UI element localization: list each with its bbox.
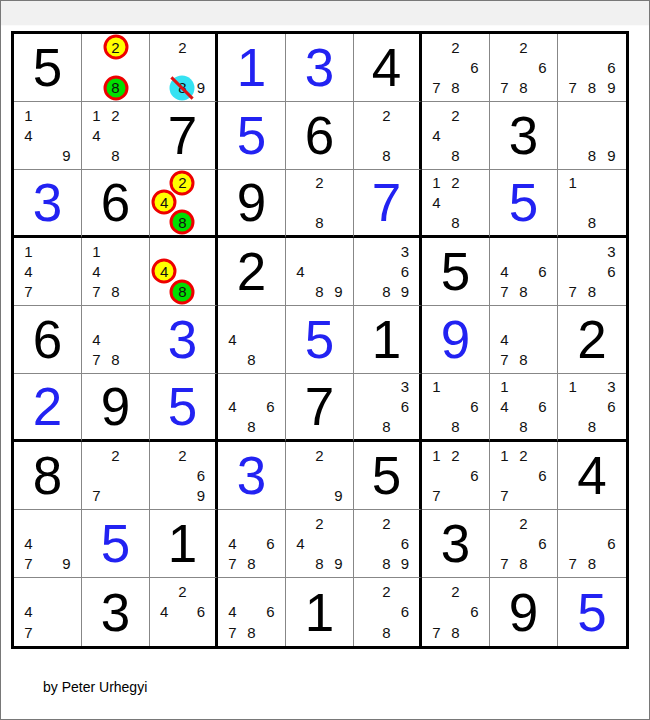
candidate-slot-9 xyxy=(533,78,552,98)
cell-r8c1[interactable]: 479 xyxy=(14,510,82,578)
candidate-slot-1 xyxy=(359,581,377,602)
cell-r9c9[interactable]: 5 xyxy=(558,578,626,646)
candidate-slot-2: 2 xyxy=(446,105,465,125)
candidate-slot-7 xyxy=(427,146,446,166)
pencil-marks: 2678 xyxy=(490,34,557,101)
candidate-slot-2 xyxy=(242,309,261,329)
candidate-slot-4: 4 xyxy=(155,602,173,623)
candidate-slot-8 xyxy=(38,282,57,302)
cell-r3c1[interactable]: 3 xyxy=(14,170,82,238)
cell-r5c5[interactable]: 5 xyxy=(286,306,354,374)
candidate-digit: 2 xyxy=(451,40,459,55)
candidate-slot-7: 7 xyxy=(19,282,38,302)
candidate-digit: 8 xyxy=(451,80,459,95)
candidate-slot-6 xyxy=(57,125,76,145)
candidate-slot-1 xyxy=(495,309,514,329)
cell-r1c3[interactable]: 289 xyxy=(150,34,218,102)
candidate-slot-8: 8 xyxy=(446,622,465,643)
cell-r1c5[interactable]: 3 xyxy=(286,34,354,102)
candidate-digit: 2 xyxy=(178,175,186,190)
cell-r9c6[interactable]: 268 xyxy=(354,578,422,646)
cell-r6c5[interactable]: 7 xyxy=(286,374,354,442)
candidate-slot-1 xyxy=(495,513,514,533)
candidate-slot-3 xyxy=(465,173,484,193)
cell-r3c9[interactable]: 18 xyxy=(558,170,626,238)
given-digit: 5 xyxy=(422,238,489,305)
candidate-slot-5 xyxy=(377,261,395,281)
candidate-slot-3 xyxy=(602,513,621,533)
cell-r6c7[interactable]: 168 xyxy=(422,374,490,442)
candidate-slot-2: 2 xyxy=(310,445,329,465)
candidate-slot-2: 2 xyxy=(173,445,191,465)
cell-r1c6[interactable]: 4 xyxy=(354,34,422,102)
candidate-slot-3 xyxy=(465,581,484,602)
candidate-slot-9: 9 xyxy=(57,554,76,574)
candidate-slot-7 xyxy=(427,416,446,436)
given-digit: 4 xyxy=(354,34,419,101)
candidate-slot-6: 6 xyxy=(192,465,210,485)
candidate-slot-3 xyxy=(192,581,210,602)
candidate-digit: 2 xyxy=(315,448,323,463)
cell-r5c9[interactable]: 2 xyxy=(558,306,626,374)
candidate-slot-1 xyxy=(427,105,446,125)
candidate-slot-5 xyxy=(173,602,191,623)
given-digit: 8 xyxy=(14,442,81,509)
cell-r9c3[interactable]: 246 xyxy=(150,578,218,646)
cell-r2c9[interactable]: 89 xyxy=(558,102,626,170)
candidate-slot-8: 8 xyxy=(377,416,395,436)
cell-r8c4[interactable]: 4678 xyxy=(218,510,286,578)
cell-r4c7[interactable]: 5 xyxy=(422,238,490,306)
candidate-digit: 8 xyxy=(247,625,255,640)
cell-r4c5[interactable]: 489 xyxy=(286,238,354,306)
candidate-slot-9 xyxy=(602,282,621,302)
cell-r9c4[interactable]: 4678 xyxy=(218,578,286,646)
cell-r1c4[interactable]: 1 xyxy=(218,34,286,102)
cell-r1c9[interactable]: 6789 xyxy=(558,34,626,102)
candidate-digit: 6 xyxy=(538,468,546,483)
cell-r9c1[interactable]: 47 xyxy=(14,578,82,646)
candidate-slot-4: 4 xyxy=(19,261,38,281)
candidate-slot-1 xyxy=(291,173,310,193)
candidate-slot-9 xyxy=(602,212,621,232)
cell-r3c4[interactable]: 9 xyxy=(218,170,286,238)
candidate-slot-1: 1 xyxy=(427,173,446,193)
candidate-slot-3 xyxy=(192,241,210,261)
candidate-slot-3 xyxy=(396,105,414,125)
candidate-slot-3 xyxy=(192,37,210,57)
pencil-marks: 268 xyxy=(354,578,419,646)
candidate-slot-4: 4 xyxy=(495,329,514,349)
cell-r6c2[interactable]: 9 xyxy=(82,374,150,442)
candidate-digit: 4 xyxy=(432,195,440,210)
cell-r4c3[interactable]: 48 xyxy=(150,238,218,306)
candidate-slot-3: 3 xyxy=(602,377,621,397)
candidate-slot-4: 4 xyxy=(223,533,242,553)
candidate-slot-4: 4 xyxy=(19,602,38,623)
cell-r8c3[interactable]: 1 xyxy=(150,510,218,578)
cell-r2c8[interactable]: 3 xyxy=(490,102,558,170)
cell-r3c5[interactable]: 28 xyxy=(286,170,354,238)
cell-r4c8[interactable]: 4678 xyxy=(490,238,558,306)
cell-r6c1[interactable]: 2 xyxy=(14,374,82,442)
candidate-slot-6: 6 xyxy=(261,397,280,417)
candidate-slot-5 xyxy=(377,397,395,417)
candidate-slot-3 xyxy=(602,173,621,193)
candidate-slot-6: 6 xyxy=(396,533,414,553)
cell-r7c4[interactable]: 3 xyxy=(218,442,286,510)
candidate-slot-4 xyxy=(427,465,446,485)
cell-r7c7[interactable]: 1267 xyxy=(422,442,490,510)
cell-r7c3[interactable]: 269 xyxy=(150,442,218,510)
pencil-marks: 1248 xyxy=(422,170,489,235)
candidate-slot-5 xyxy=(106,125,125,145)
candidate-digit: 7 xyxy=(568,284,576,299)
candidate-slot-9 xyxy=(261,554,280,574)
candidate-slot-8: 8 xyxy=(377,146,395,166)
candidate-digit: 6 xyxy=(401,604,409,619)
cell-r1c1[interactable]: 5 xyxy=(14,34,82,102)
candidate-slot-2 xyxy=(173,241,191,261)
candidate-slot-2 xyxy=(242,513,261,533)
candidate-slot-9 xyxy=(533,350,552,370)
cell-r9c2[interactable]: 3 xyxy=(82,578,150,646)
candidate-digit: 8 xyxy=(451,148,459,163)
candidate-slot-9 xyxy=(396,622,414,643)
candidate-slot-3 xyxy=(125,37,144,57)
candidate-digit: 7 xyxy=(500,284,508,299)
candidate-slot-8: 8 xyxy=(310,554,329,574)
candidate-digit: 9 xyxy=(62,556,70,571)
candidate-digit: 6 xyxy=(538,264,546,279)
candidate-digit: 1 xyxy=(432,448,440,463)
candidate-slot-6: 6 xyxy=(602,397,621,417)
candidate-digit: 6 xyxy=(607,536,615,551)
candidate-slot-8: 8 xyxy=(514,554,533,574)
candidate-digit: 4 xyxy=(432,128,440,143)
cell-r4c9[interactable]: 3678 xyxy=(558,238,626,306)
candidate-slot-3 xyxy=(329,241,348,261)
given-digit: 5 xyxy=(354,442,419,509)
candidate-digit: 1 xyxy=(432,175,440,190)
cell-r4c6[interactable]: 3689 xyxy=(354,238,422,306)
window-top-strip xyxy=(1,1,649,26)
cell-r4c1[interactable]: 147 xyxy=(14,238,82,306)
cell-r3c8[interactable]: 5 xyxy=(490,170,558,238)
candidate-slot-1 xyxy=(359,513,377,533)
given-digit: 1 xyxy=(150,510,215,577)
candidate-digit: 7 xyxy=(500,80,508,95)
candidate-digit: 7 xyxy=(92,352,100,367)
candidate-slot-7 xyxy=(359,416,377,436)
candidate-slot-3 xyxy=(329,513,348,533)
candidate-digit: 4 xyxy=(92,128,100,143)
candidate-slot-4: 4 xyxy=(427,125,446,145)
candidate-slot-5 xyxy=(582,193,601,213)
candidate-slot-1 xyxy=(19,513,38,533)
candidate-digit: 1 xyxy=(432,379,440,394)
cell-r1c8[interactable]: 2678 xyxy=(490,34,558,102)
candidate-slot-2: 2 xyxy=(514,513,533,533)
given-digit: 9 xyxy=(218,170,285,235)
candidate-slot-6: 6 xyxy=(533,261,552,281)
candidate-slot-1 xyxy=(495,241,514,261)
cell-r7c9[interactable]: 4 xyxy=(558,442,626,510)
candidate-slot-2 xyxy=(446,377,465,397)
candidate-slot-9: 9 xyxy=(329,554,348,574)
candidate-slot-7 xyxy=(291,554,310,574)
candidate-digit: 1 xyxy=(92,244,100,259)
candidate-slot-6: 6 xyxy=(602,261,621,281)
candidate-slot-8 xyxy=(173,486,191,506)
candidate-digit: 7 xyxy=(432,625,440,640)
cell-r3c7[interactable]: 1248 xyxy=(422,170,490,238)
cell-r3c6[interactable]: 7 xyxy=(354,170,422,238)
candidate-digit: 8 xyxy=(519,80,527,95)
cell-r8c8[interactable]: 2678 xyxy=(490,510,558,578)
candidate-digit: 1 xyxy=(568,379,576,394)
candidate-slot-1: 1 xyxy=(87,241,106,261)
cell-r4c2[interactable]: 1478 xyxy=(82,238,150,306)
candidate-digit: 6 xyxy=(266,536,274,551)
candidate-slot-4: 4 xyxy=(291,261,310,281)
candidate-slot-6 xyxy=(261,329,280,349)
candidate-slot-6: 6 xyxy=(465,397,484,417)
candidate-slot-7 xyxy=(563,212,582,232)
cell-r5c3[interactable]: 3 xyxy=(150,306,218,374)
candidate-digit: 7 xyxy=(228,556,236,571)
candidate-digit: 9 xyxy=(401,556,409,571)
candidate-slot-6: 6 xyxy=(533,533,552,553)
candidate-digit: 2 xyxy=(315,175,323,190)
candidate-digit: 4 xyxy=(160,604,168,619)
solved-digit: 5 xyxy=(286,306,353,373)
cell-r8c5[interactable]: 2489 xyxy=(286,510,354,578)
candidate-slot-3 xyxy=(602,37,621,57)
candidate-slot-5 xyxy=(446,397,465,417)
candidate-slot-8 xyxy=(514,486,533,506)
candidate-slot-1 xyxy=(563,105,582,125)
candidate-slot-2: 2 xyxy=(106,445,125,465)
cell-r7c5[interactable]: 29 xyxy=(286,442,354,510)
candidate-slot-7 xyxy=(495,416,514,436)
candidate-slot-4 xyxy=(291,193,310,213)
candidate-slot-7: 7 xyxy=(495,78,514,98)
candidate-slot-2 xyxy=(582,513,601,533)
candidate-slot-1 xyxy=(155,37,173,57)
candidate-slot-7: 7 xyxy=(495,350,514,370)
candidate-digit: 4 xyxy=(160,195,168,210)
given-digit: 7 xyxy=(150,102,215,169)
candidate-digit: 3 xyxy=(401,379,409,394)
candidate-slot-6 xyxy=(125,125,144,145)
candidate-slot-5 xyxy=(310,465,329,485)
candidate-slot-4 xyxy=(427,602,446,623)
candidate-slot-6: 6 xyxy=(465,57,484,77)
candidate-slot-3 xyxy=(57,581,76,602)
candidate-slot-4: 4 xyxy=(155,261,173,281)
candidate-digit: 8 xyxy=(451,215,459,230)
candidate-slot-1 xyxy=(359,377,377,397)
cell-r1c2[interactable]: 28 xyxy=(82,34,150,102)
candidate-slot-7: 7 xyxy=(19,554,38,574)
cell-r2c3[interactable]: 7 xyxy=(150,102,218,170)
given-digit: 2 xyxy=(218,238,285,305)
cell-r7c2[interactable]: 27 xyxy=(82,442,150,510)
candidate-slot-2 xyxy=(38,241,57,261)
candidate-digit: 6 xyxy=(607,399,615,414)
candidate-slot-3 xyxy=(533,309,552,329)
pencil-marks: 678 xyxy=(558,510,626,577)
candidate-slot-8: 8 xyxy=(106,78,125,98)
candidate-digit: 6 xyxy=(197,468,205,483)
candidate-slot-6 xyxy=(125,329,144,349)
candidate-digit: 8 xyxy=(111,284,119,299)
cell-r5c7[interactable]: 9 xyxy=(422,306,490,374)
candidate-slot-8: 8 xyxy=(173,282,191,302)
candidate-slot-7: 7 xyxy=(223,554,242,574)
candidate-slot-4: 4 xyxy=(223,397,242,417)
candidate-slot-3 xyxy=(465,445,484,465)
candidate-slot-3 xyxy=(533,37,552,57)
candidate-slot-5 xyxy=(582,57,601,77)
candidate-slot-4: 4 xyxy=(19,125,38,145)
candidate-slot-3 xyxy=(125,105,144,125)
candidate-digit: 1 xyxy=(92,108,100,123)
given-digit: 1 xyxy=(354,306,419,373)
candidate-digit: 8 xyxy=(382,419,390,434)
candidate-slot-2 xyxy=(38,105,57,125)
candidate-slot-3 xyxy=(261,377,280,397)
candidate-slot-7 xyxy=(359,282,377,302)
candidate-slot-7: 7 xyxy=(427,78,446,98)
cell-r7c1[interactable]: 8 xyxy=(14,442,82,510)
candidate-digit: 2 xyxy=(451,175,459,190)
cell-r6c4[interactable]: 468 xyxy=(218,374,286,442)
cell-r6c6[interactable]: 368 xyxy=(354,374,422,442)
cell-r2c7[interactable]: 248 xyxy=(422,102,490,170)
candidate-slot-1 xyxy=(291,241,310,261)
candidate-slot-4: 4 xyxy=(223,329,242,349)
candidate-digit: 6 xyxy=(470,604,478,619)
pencil-marks: 2689 xyxy=(354,510,419,577)
cell-r2c1[interactable]: 149 xyxy=(14,102,82,170)
cell-r2c4[interactable]: 5 xyxy=(218,102,286,170)
candidate-slot-7 xyxy=(19,146,38,166)
given-digit: 9 xyxy=(490,578,557,646)
candidate-slot-3 xyxy=(125,445,144,465)
candidate-digit: 8 xyxy=(111,148,119,163)
cell-r4c4[interactable]: 2 xyxy=(218,238,286,306)
candidate-digit: 8 xyxy=(451,419,459,434)
candidate-slot-9: 9 xyxy=(602,78,621,98)
candidate-slot-3 xyxy=(465,105,484,125)
candidate-digit: 8 xyxy=(588,215,596,230)
cell-r8c7[interactable]: 3 xyxy=(422,510,490,578)
candidate-digit: 8 xyxy=(519,284,527,299)
candidate-slot-4 xyxy=(155,57,173,77)
candidate-digit: 8 xyxy=(111,352,119,367)
candidate-slot-5 xyxy=(514,465,533,485)
cell-r6c3[interactable]: 5 xyxy=(150,374,218,442)
candidate-slot-9 xyxy=(261,350,280,370)
cell-r2c2[interactable]: 1248 xyxy=(82,102,150,170)
cell-r5c1[interactable]: 6 xyxy=(14,306,82,374)
cell-r8c6[interactable]: 2689 xyxy=(354,510,422,578)
candidate-slot-4 xyxy=(87,57,106,77)
candidate-slot-9 xyxy=(57,282,76,302)
candidate-slot-6: 6 xyxy=(261,533,280,553)
cell-r9c8[interactable]: 9 xyxy=(490,578,558,646)
candidate-slot-6 xyxy=(602,193,621,213)
candidate-slot-5 xyxy=(446,602,465,623)
candidate-slot-3 xyxy=(533,241,552,261)
candidate-slot-2 xyxy=(582,173,601,193)
candidate-slot-9 xyxy=(261,416,280,436)
cell-r5c6[interactable]: 1 xyxy=(354,306,422,374)
candidate-slot-9 xyxy=(192,282,210,302)
candidate-slot-7 xyxy=(291,282,310,302)
cell-r5c8[interactable]: 478 xyxy=(490,306,558,374)
candidate-slot-3 xyxy=(329,173,348,193)
cell-r8c9[interactable]: 678 xyxy=(558,510,626,578)
candidate-slot-3 xyxy=(192,445,210,465)
cell-r5c4[interactable]: 48 xyxy=(218,306,286,374)
candidate-slot-7 xyxy=(359,554,377,574)
cell-r6c9[interactable]: 1368 xyxy=(558,374,626,442)
candidate-slot-5 xyxy=(377,602,395,623)
solved-digit: 9 xyxy=(422,306,489,373)
candidate-digit: 8 xyxy=(451,625,459,640)
cell-r5c2[interactable]: 478 xyxy=(82,306,150,374)
candidate-digit: 7 xyxy=(568,80,576,95)
candidate-digit: 2 xyxy=(451,584,459,599)
cell-r8c2[interactable]: 5 xyxy=(82,510,150,578)
candidate-digit: 9 xyxy=(62,148,70,163)
candidate-slot-6 xyxy=(125,261,144,281)
candidate-slot-3: 3 xyxy=(602,241,621,261)
cell-r7c8[interactable]: 1267 xyxy=(490,442,558,510)
candidate-slot-3 xyxy=(192,173,210,193)
candidate-digit: 4 xyxy=(160,264,168,279)
candidate-slot-5 xyxy=(242,397,261,417)
candidate-slot-3: 3 xyxy=(396,241,414,261)
candidate-slot-7: 7 xyxy=(563,554,582,574)
candidate-slot-3 xyxy=(533,445,552,465)
cell-r9c5[interactable]: 1 xyxy=(286,578,354,646)
candidate-slot-4 xyxy=(563,261,582,281)
cell-r2c5[interactable]: 6 xyxy=(286,102,354,170)
cell-r7c6[interactable]: 5 xyxy=(354,442,422,510)
cell-r6c8[interactable]: 1468 xyxy=(490,374,558,442)
pencil-marks: 48 xyxy=(218,306,285,373)
solved-digit: 5 xyxy=(82,510,149,577)
cell-r2c6[interactable]: 28 xyxy=(354,102,422,170)
candidate-digit: 8 xyxy=(382,148,390,163)
candidate-slot-9: 9 xyxy=(329,486,348,506)
cell-r1c7[interactable]: 2678 xyxy=(422,34,490,102)
cell-r9c7[interactable]: 2678 xyxy=(422,578,490,646)
cell-r3c2[interactable]: 6 xyxy=(82,170,150,238)
candidate-slot-8: 8 xyxy=(242,554,261,574)
candidate-digit: 8 xyxy=(315,556,323,571)
cell-r3c3[interactable]: 248 xyxy=(150,170,218,238)
pencil-marks: 48 xyxy=(150,238,215,305)
candidate-digit: 2 xyxy=(178,448,186,463)
candidate-slot-2 xyxy=(242,377,261,397)
candidate-slot-8: 8 xyxy=(582,78,601,98)
candidate-slot-2: 2 xyxy=(514,37,533,57)
